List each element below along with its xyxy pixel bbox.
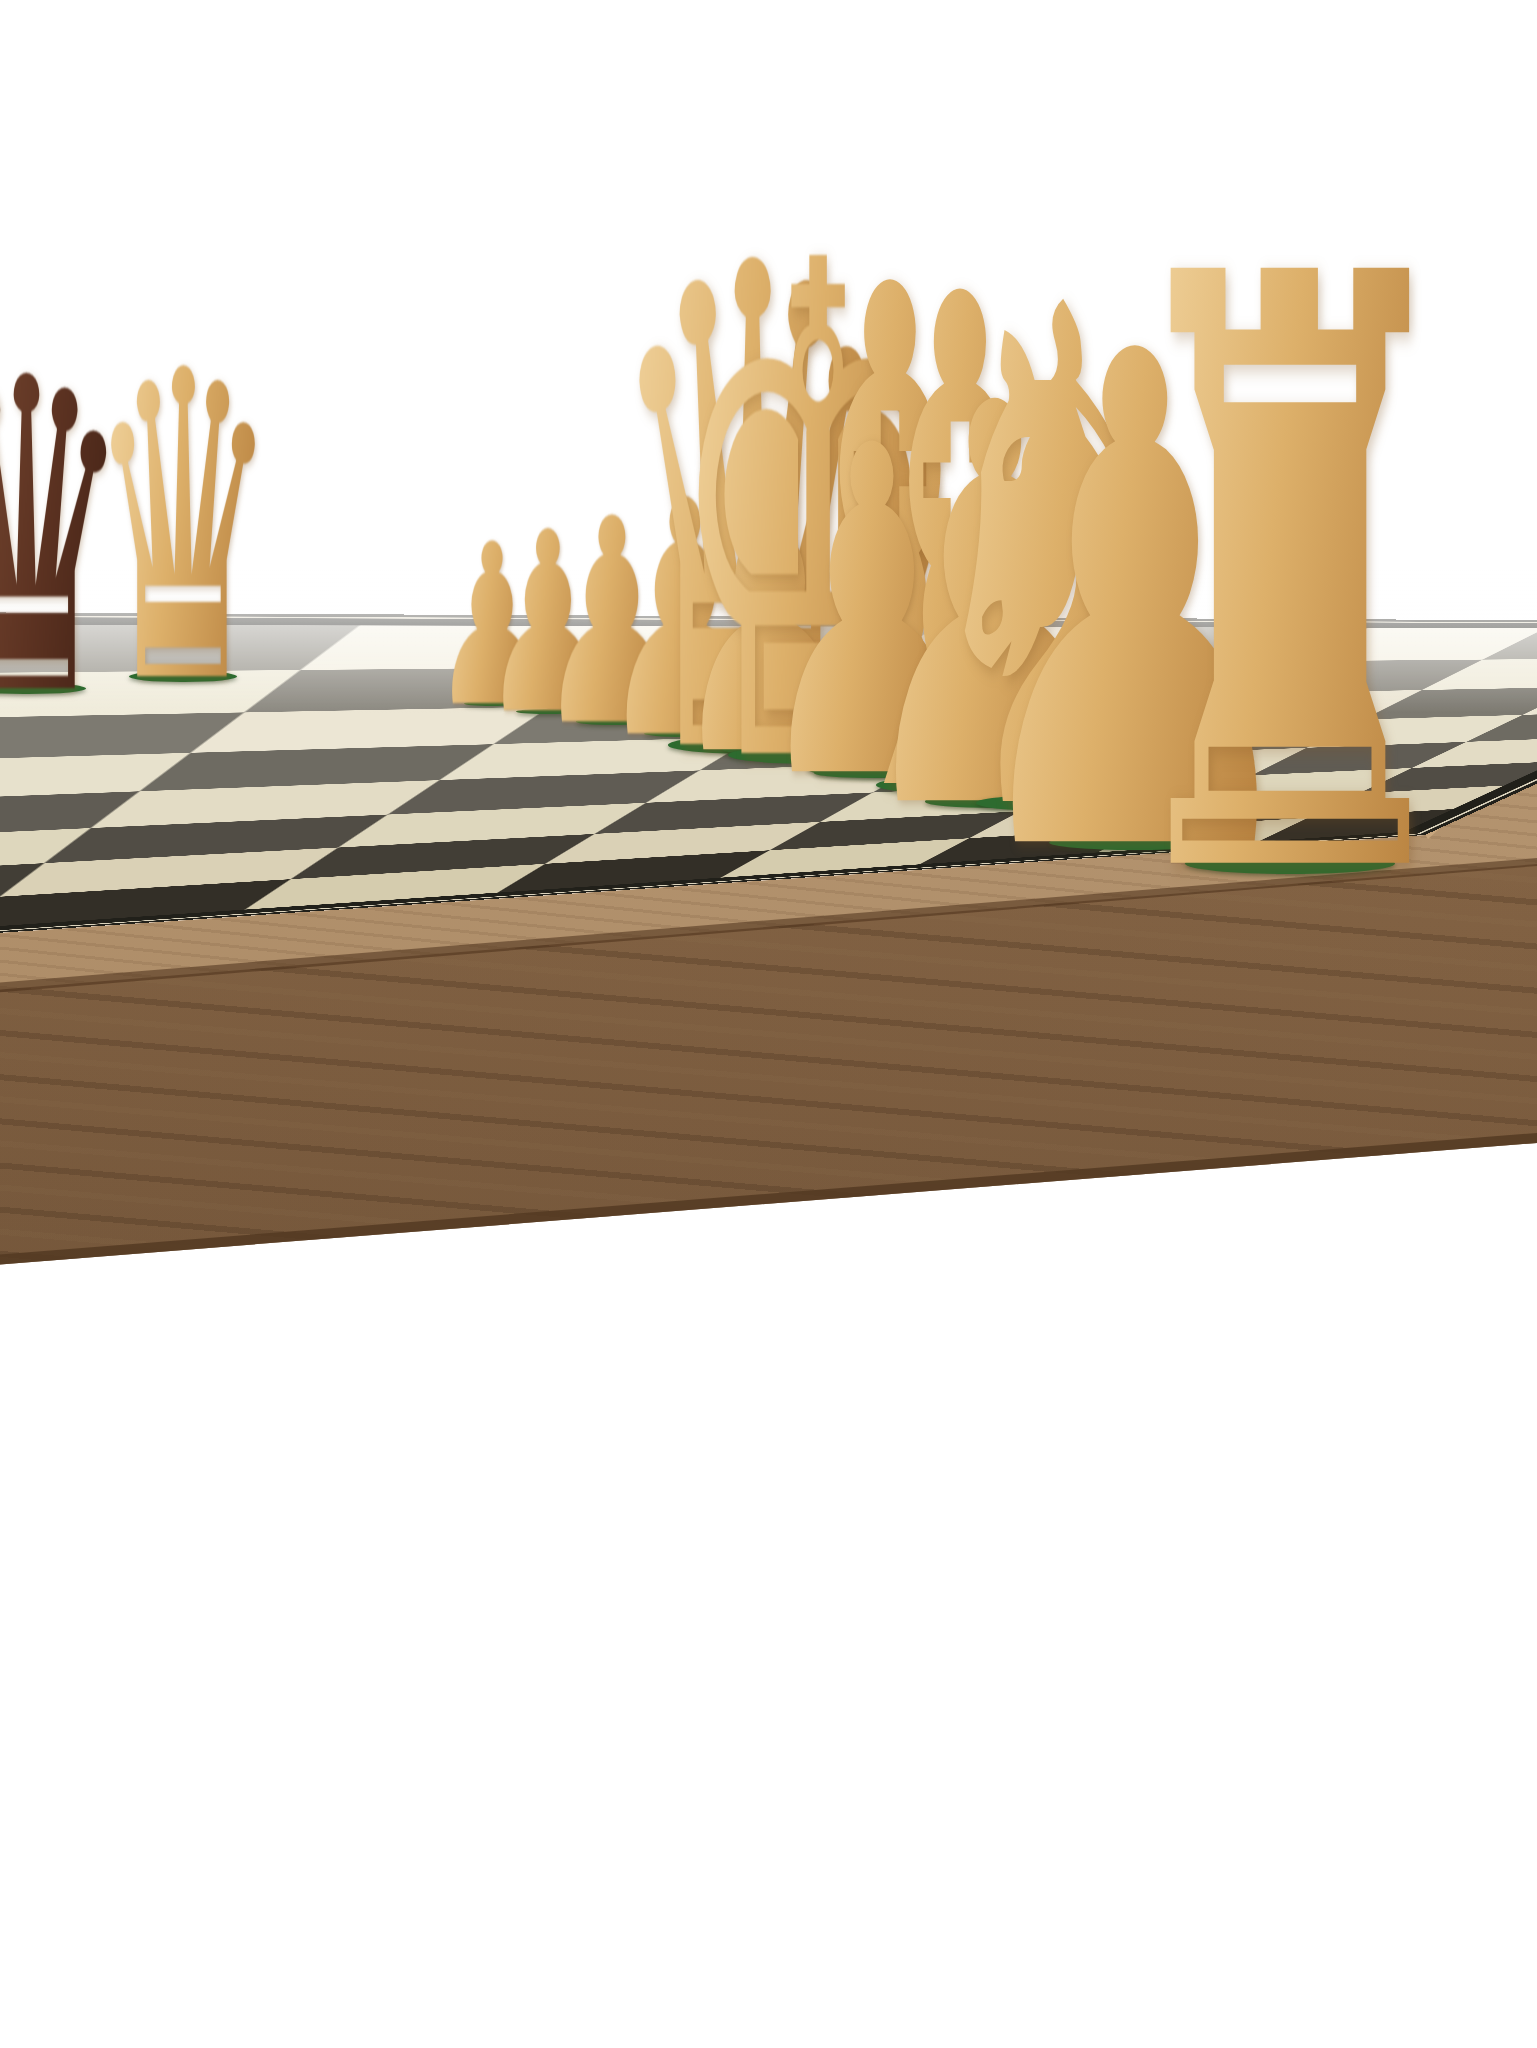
photo-canvas: ♛♛♛♚♝♝♞♜♟♟♟♟♟♟♟♟: [0, 0, 1537, 2048]
white-rook: ♜: [1100, 173, 1480, 988]
chess-pieces-layer: ♛♛♛♚♝♝♞♜♟♟♟♟♟♟♟♟: [0, 0, 1537, 2048]
black-queen-left: ♛: [0, 323, 132, 755]
